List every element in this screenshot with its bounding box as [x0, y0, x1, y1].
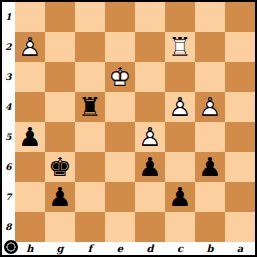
square-b6[interactable]: ♟ — [195, 152, 225, 182]
square-b4[interactable]: ♟♙ — [195, 92, 225, 122]
white-pawn[interactable]: ♙ — [15, 32, 45, 62]
square-h6[interactable] — [15, 152, 45, 182]
black-pawn[interactable]: ♟ — [135, 152, 165, 182]
rank-label-4: 4 — [2, 92, 15, 122]
rank-labels: 12345678 — [2, 2, 15, 242]
square-a5[interactable] — [225, 122, 255, 152]
white-pawn[interactable]: ♙ — [135, 122, 165, 152]
square-b1[interactable] — [195, 2, 225, 32]
chess-board[interactable]: ♟♙♜♖♚♔♜♟♙♟♙♟♟♙♚♟♟♟♟ — [15, 2, 255, 242]
square-b2[interactable] — [195, 32, 225, 62]
black-pawn[interactable]: ♟ — [195, 152, 225, 182]
square-g2[interactable] — [45, 32, 75, 62]
square-d4[interactable] — [135, 92, 165, 122]
file-label-d: d — [135, 242, 165, 255]
square-c8[interactable] — [165, 212, 195, 242]
chess-diagram: 12345678 ♟♙♜♖♚♔♜♟♙♟♙♟♟♙♚♟♟♟♟ hgfedcba — [0, 0, 257, 257]
square-h1[interactable] — [15, 2, 45, 32]
file-label-g: g — [45, 242, 75, 255]
square-d8[interactable] — [135, 212, 165, 242]
square-h4[interactable] — [15, 92, 45, 122]
square-d3[interactable] — [135, 62, 165, 92]
rank-label-8: 8 — [2, 212, 15, 242]
square-h7[interactable] — [15, 182, 45, 212]
square-a6[interactable] — [225, 152, 255, 182]
square-a7[interactable] — [225, 182, 255, 212]
rank-label-6: 6 — [2, 152, 15, 182]
square-a4[interactable] — [225, 92, 255, 122]
square-e2[interactable] — [105, 32, 135, 62]
file-labels: hgfedcba — [15, 242, 255, 255]
square-e3[interactable]: ♚♔ — [105, 62, 135, 92]
square-b5[interactable] — [195, 122, 225, 152]
square-h5[interactable]: ♟ — [15, 122, 45, 152]
rank-label-1: 1 — [2, 2, 15, 32]
rank-label-5: 5 — [2, 122, 15, 152]
square-g4[interactable] — [45, 92, 75, 122]
rank-label-3: 3 — [2, 62, 15, 92]
file-label-b: b — [195, 242, 225, 255]
square-f7[interactable] — [75, 182, 105, 212]
square-f2[interactable] — [75, 32, 105, 62]
square-b3[interactable] — [195, 62, 225, 92]
square-f8[interactable] — [75, 212, 105, 242]
square-e6[interactable] — [105, 152, 135, 182]
black-pawn[interactable]: ♟ — [165, 182, 195, 212]
square-b7[interactable] — [195, 182, 225, 212]
white-king[interactable]: ♔ — [105, 62, 135, 92]
square-a1[interactable] — [225, 2, 255, 32]
file-label-c: c — [165, 242, 195, 255]
board-layout: 12345678 ♟♙♜♖♚♔♜♟♙♟♙♟♟♙♚♟♟♟♟ hgfedcba — [2, 2, 255, 255]
square-d5[interactable]: ♟♙ — [135, 122, 165, 152]
square-e1[interactable] — [105, 2, 135, 32]
square-h3[interactable] — [15, 62, 45, 92]
square-g1[interactable] — [45, 2, 75, 32]
square-d1[interactable] — [135, 2, 165, 32]
square-a3[interactable] — [225, 62, 255, 92]
square-e4[interactable] — [105, 92, 135, 122]
black-to-move-indicator — [4, 240, 18, 254]
black-pawn[interactable]: ♟ — [45, 182, 75, 212]
black-pawn[interactable]: ♟ — [15, 122, 45, 152]
square-c5[interactable] — [165, 122, 195, 152]
black-king[interactable]: ♚ — [45, 152, 75, 182]
square-d6[interactable]: ♟ — [135, 152, 165, 182]
square-g7[interactable]: ♟ — [45, 182, 75, 212]
square-e7[interactable] — [105, 182, 135, 212]
square-a2[interactable] — [225, 32, 255, 62]
square-c4[interactable]: ♟♙ — [165, 92, 195, 122]
square-f1[interactable] — [75, 2, 105, 32]
square-a8[interactable] — [225, 212, 255, 242]
file-label-a: a — [225, 242, 255, 255]
square-c6[interactable] — [165, 152, 195, 182]
rank-label-2: 2 — [2, 32, 15, 62]
square-c1[interactable] — [165, 2, 195, 32]
square-c7[interactable]: ♟ — [165, 182, 195, 212]
square-f5[interactable] — [75, 122, 105, 152]
square-d7[interactable] — [135, 182, 165, 212]
white-pawn[interactable]: ♙ — [195, 92, 225, 122]
rank-label-7: 7 — [2, 182, 15, 212]
black-rook[interactable]: ♜ — [75, 92, 105, 122]
square-f6[interactable] — [75, 152, 105, 182]
square-c3[interactable] — [165, 62, 195, 92]
square-e5[interactable] — [105, 122, 135, 152]
square-f3[interactable] — [75, 62, 105, 92]
file-label-e: e — [105, 242, 135, 255]
file-label-f: f — [75, 242, 105, 255]
square-g3[interactable] — [45, 62, 75, 92]
square-h8[interactable] — [15, 212, 45, 242]
square-b8[interactable] — [195, 212, 225, 242]
square-f4[interactable]: ♜ — [75, 92, 105, 122]
square-c2[interactable]: ♜♖ — [165, 32, 195, 62]
file-label-h: h — [15, 242, 45, 255]
square-g5[interactable] — [45, 122, 75, 152]
square-h2[interactable]: ♟♙ — [15, 32, 45, 62]
square-g6[interactable]: ♚ — [45, 152, 75, 182]
square-g8[interactable] — [45, 212, 75, 242]
white-pawn[interactable]: ♙ — [165, 92, 195, 122]
square-d2[interactable] — [135, 32, 165, 62]
square-e8[interactable] — [105, 212, 135, 242]
white-rook[interactable]: ♖ — [165, 32, 195, 62]
